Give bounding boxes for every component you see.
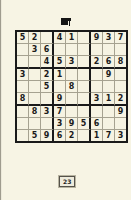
cell-r1c9[interactable]: 7 bbox=[115, 32, 126, 44]
cell-r6c9[interactable]: 2 bbox=[115, 93, 126, 106]
cell-r9c9[interactable]: 3 bbox=[115, 130, 126, 141]
cell-r3c8[interactable]: 6 bbox=[103, 56, 115, 69]
cell-r4c4[interactable]: 1 bbox=[54, 69, 66, 81]
cell-r9c3[interactable]: 9 bbox=[41, 130, 54, 141]
cell-r1c4[interactable]: 4 bbox=[54, 32, 66, 44]
cell-r2c1[interactable] bbox=[17, 44, 29, 56]
board-row-3: 453268 bbox=[17, 56, 126, 69]
board-row-6: 89312 bbox=[17, 93, 126, 106]
difficulty-pencil-icon bbox=[61, 11, 72, 20]
cell-r4c5[interactable] bbox=[66, 69, 78, 81]
cell-r7c3[interactable]: 3 bbox=[41, 106, 54, 118]
cell-r9c2[interactable]: 5 bbox=[29, 130, 41, 141]
cell-r6c2[interactable] bbox=[29, 93, 41, 106]
cell-r7c8[interactable] bbox=[103, 106, 115, 118]
cell-r4c8[interactable]: 9 bbox=[103, 69, 115, 81]
cell-r4c2[interactable] bbox=[29, 69, 41, 81]
cell-r8c4[interactable]: 3 bbox=[54, 118, 66, 130]
cell-r2c6[interactable] bbox=[78, 44, 91, 56]
cell-r6c6[interactable] bbox=[78, 93, 91, 106]
cell-r5c3[interactable]: 5 bbox=[41, 81, 54, 93]
cell-r6c4[interactable]: 9 bbox=[54, 93, 66, 106]
cell-r1c2[interactable]: 2 bbox=[29, 32, 41, 44]
cell-r7c6[interactable] bbox=[78, 106, 91, 118]
cell-r8c8[interactable] bbox=[103, 118, 115, 130]
sudoku-book-page: { "game": "sudoku", "position": "52.41.9… bbox=[0, 0, 131, 200]
cell-r8c3[interactable] bbox=[41, 118, 54, 130]
cell-r1c3[interactable] bbox=[41, 32, 54, 44]
board-row-7: 8379 bbox=[17, 106, 126, 118]
cell-r5c6[interactable] bbox=[78, 81, 91, 93]
cell-r6c7[interactable]: 3 bbox=[91, 93, 103, 106]
sudoku-board: 5241937364532683219588931283793956596217… bbox=[15, 30, 128, 143]
cell-r7c1[interactable] bbox=[17, 106, 29, 118]
cell-r2c4[interactable] bbox=[54, 44, 66, 56]
cell-r4c7[interactable] bbox=[91, 69, 103, 81]
cell-r3c4[interactable]: 5 bbox=[54, 56, 66, 69]
cell-r2c2[interactable]: 3 bbox=[29, 44, 41, 56]
cell-r5c5[interactable]: 8 bbox=[66, 81, 78, 93]
cell-r3c7[interactable]: 2 bbox=[91, 56, 103, 69]
cell-r9c1[interactable] bbox=[17, 130, 29, 141]
cell-r8c2[interactable] bbox=[29, 118, 41, 130]
cell-r1c1[interactable]: 5 bbox=[17, 32, 29, 44]
cell-r2c9[interactable] bbox=[115, 44, 126, 56]
cell-r6c1[interactable]: 8 bbox=[17, 93, 29, 106]
cell-r8c5[interactable]: 9 bbox=[66, 118, 78, 130]
cell-r5c8[interactable] bbox=[103, 81, 115, 93]
cell-r4c9[interactable] bbox=[115, 69, 126, 81]
cell-r3c3[interactable]: 4 bbox=[41, 56, 54, 69]
cell-r5c7[interactable] bbox=[91, 81, 103, 93]
cell-r9c6[interactable] bbox=[78, 130, 91, 141]
board-row-1: 5241937 bbox=[17, 32, 126, 44]
cell-r3c9[interactable]: 8 bbox=[115, 56, 126, 69]
cell-r5c1[interactable] bbox=[17, 81, 29, 93]
board-row-4: 3219 bbox=[17, 69, 126, 81]
cell-r5c9[interactable] bbox=[115, 81, 126, 93]
cell-r5c2[interactable] bbox=[29, 81, 41, 93]
cell-r6c3[interactable] bbox=[41, 93, 54, 106]
cell-r6c8[interactable]: 1 bbox=[103, 93, 115, 106]
cell-r2c7[interactable] bbox=[91, 44, 103, 56]
page-number: 23 bbox=[59, 176, 75, 187]
cell-r2c5[interactable] bbox=[66, 44, 78, 56]
cell-r6c5[interactable] bbox=[66, 93, 78, 106]
cell-r7c9[interactable]: 9 bbox=[115, 106, 126, 118]
board-row-9: 5962173 bbox=[17, 130, 126, 141]
cell-r1c8[interactable]: 3 bbox=[103, 32, 115, 44]
board-row-5: 58 bbox=[17, 81, 126, 93]
cell-r9c4[interactable]: 6 bbox=[54, 130, 66, 141]
cell-r7c4[interactable]: 7 bbox=[54, 106, 66, 118]
cell-r8c1[interactable] bbox=[17, 118, 29, 130]
cell-r8c9[interactable] bbox=[115, 118, 126, 130]
board-row-2: 36 bbox=[17, 44, 126, 56]
cell-r9c7[interactable]: 1 bbox=[91, 130, 103, 141]
board-row-8: 3956 bbox=[17, 118, 126, 130]
cell-r5c4[interactable] bbox=[54, 81, 66, 93]
cell-r1c6[interactable] bbox=[78, 32, 91, 44]
cell-r8c6[interactable]: 5 bbox=[78, 118, 91, 130]
cell-r4c6[interactable] bbox=[78, 69, 91, 81]
cell-r2c8[interactable] bbox=[103, 44, 115, 56]
cell-r1c7[interactable]: 9 bbox=[91, 32, 103, 44]
cell-r2c3[interactable]: 6 bbox=[41, 44, 54, 56]
cell-r4c3[interactable]: 2 bbox=[41, 69, 54, 81]
cell-r3c2[interactable] bbox=[29, 56, 41, 69]
cell-r3c1[interactable] bbox=[17, 56, 29, 69]
cell-r1c5[interactable]: 1 bbox=[66, 32, 78, 44]
cell-r7c7[interactable] bbox=[91, 106, 103, 118]
cell-r9c8[interactable]: 7 bbox=[103, 130, 115, 141]
cell-r4c1[interactable]: 3 bbox=[17, 69, 29, 81]
cell-r7c5[interactable] bbox=[66, 106, 78, 118]
cell-r7c2[interactable]: 8 bbox=[29, 106, 41, 118]
cell-r9c5[interactable]: 2 bbox=[66, 130, 78, 141]
cell-r8c7[interactable]: 6 bbox=[91, 118, 103, 130]
cell-r3c5[interactable]: 3 bbox=[66, 56, 78, 69]
cell-r3c6[interactable] bbox=[78, 56, 91, 69]
